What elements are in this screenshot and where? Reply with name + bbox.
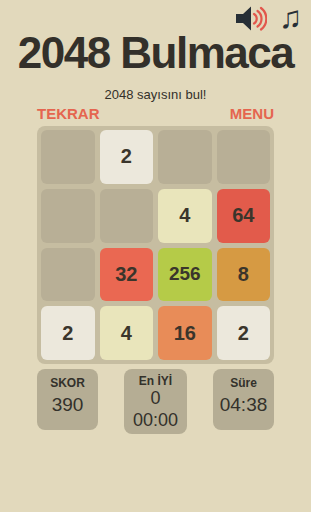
empty-cell [41,130,95,184]
best-label: En İYİ [124,374,187,388]
subtitle: 2048 sayısını bul! [0,87,311,102]
score-label: SKOR [37,376,98,390]
restart-button[interactable]: TEKRAR [37,105,100,122]
tile-4: 4 [158,189,212,243]
tile-256: 256 [158,248,212,302]
tile-2: 2 [41,306,95,360]
tile-4: 4 [100,306,154,360]
tile-32: 32 [100,248,154,302]
app-screen: ♫ 2048 Bulmaca 2048 sayısını bul! TEKRAR… [0,0,311,512]
best-box: En İYİ 0 00:00 [124,369,187,434]
best-time: 00:00 [124,410,187,432]
empty-cell [100,189,154,243]
empty-cell [41,189,95,243]
tile-2: 2 [217,306,271,360]
empty-cell [158,130,212,184]
controls-row: TEKRAR MENU [37,105,274,122]
tile-8: 8 [217,248,271,302]
page-title: 2048 Bulmaca [0,28,311,78]
game-board[interactable]: 246432256824162 [37,126,274,364]
empty-cell [41,248,95,302]
time-value: 04:38 [213,394,274,416]
tile-16: 16 [158,306,212,360]
tile-64: 64 [217,189,271,243]
empty-cell [217,130,271,184]
menu-button[interactable]: MENU [230,105,274,122]
time-label: Süre [213,376,274,390]
scorebar: SKOR 390 En İYİ 0 00:00 Süre 04:38 [37,369,274,434]
score-value: 390 [37,394,98,416]
score-box: SKOR 390 [37,369,98,430]
best-value: 0 [124,388,187,410]
time-box: Süre 04:38 [213,369,274,430]
tile-2: 2 [100,130,154,184]
